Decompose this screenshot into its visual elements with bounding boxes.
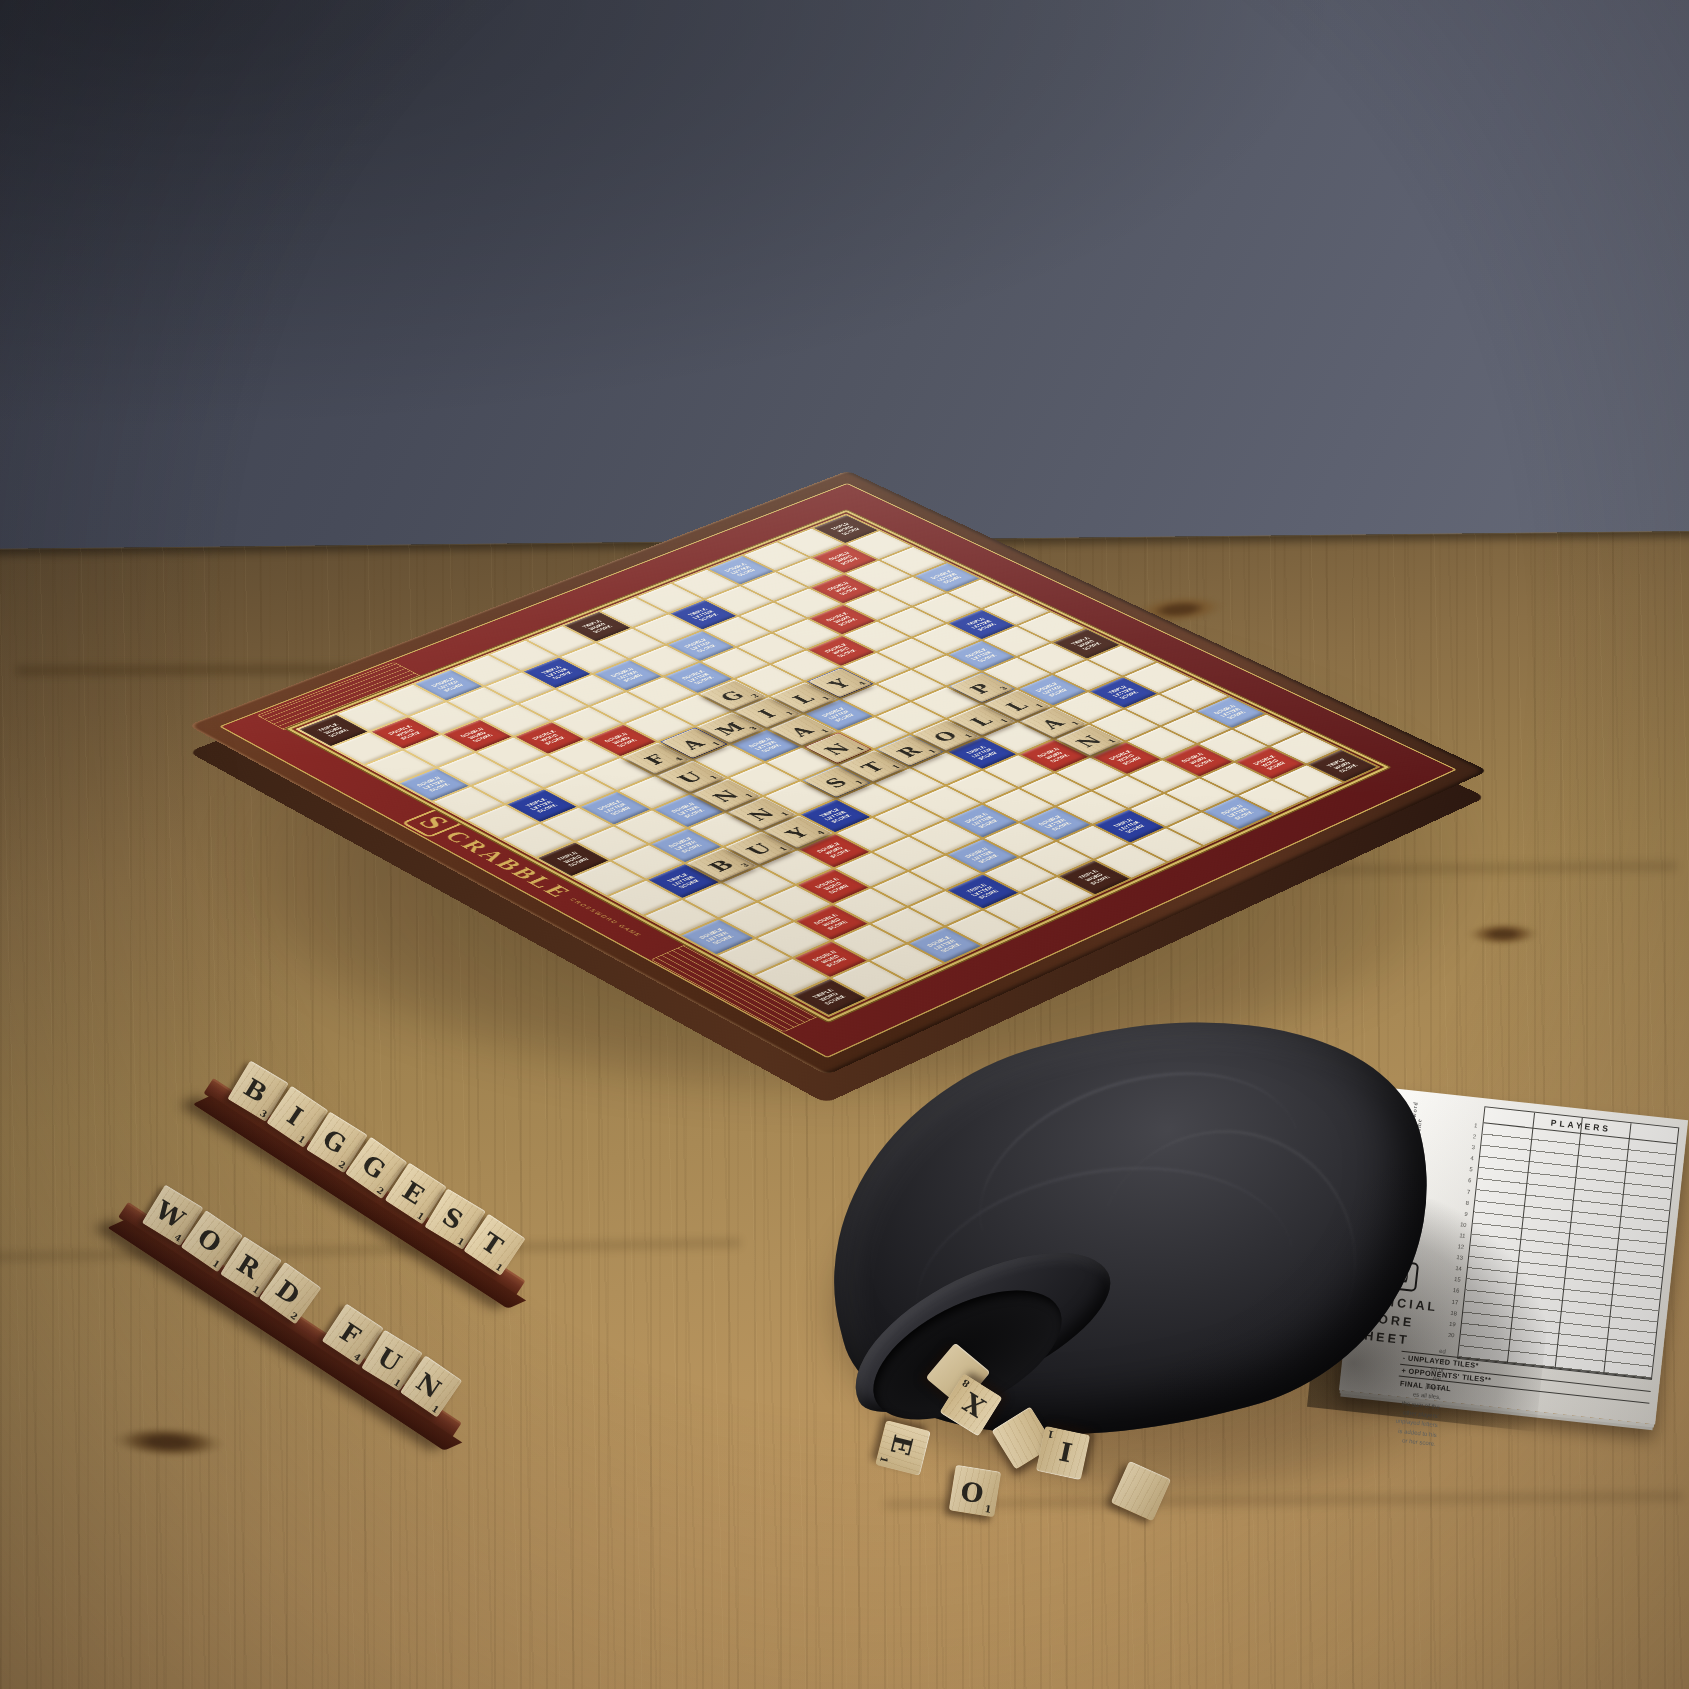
- spilled-tile-I[interactable]: I1: [1036, 1426, 1091, 1481]
- tile-value: 1: [984, 1503, 992, 1515]
- spilled-tile-O[interactable]: O1: [949, 1465, 1002, 1518]
- scrabble-board: S CRABBLE CROSSWORD GAME TRIPLEWORDSCORE…: [188, 471, 1488, 1076]
- scorepad-table: PLAYERS: [1457, 1106, 1679, 1380]
- board-tiles-layer: G2F4A1M3I1L1Y4U1A1N1N1P3N1S1T1R1O1L1L1B3…: [295, 514, 1380, 1018]
- tile-bag[interactable]: [795, 1020, 1455, 1460]
- scene: S CRABBLE CROSSWORD GAME TRIPLEWORDSCORE…: [0, 0, 1689, 1689]
- tile-value: 1: [878, 1455, 890, 1464]
